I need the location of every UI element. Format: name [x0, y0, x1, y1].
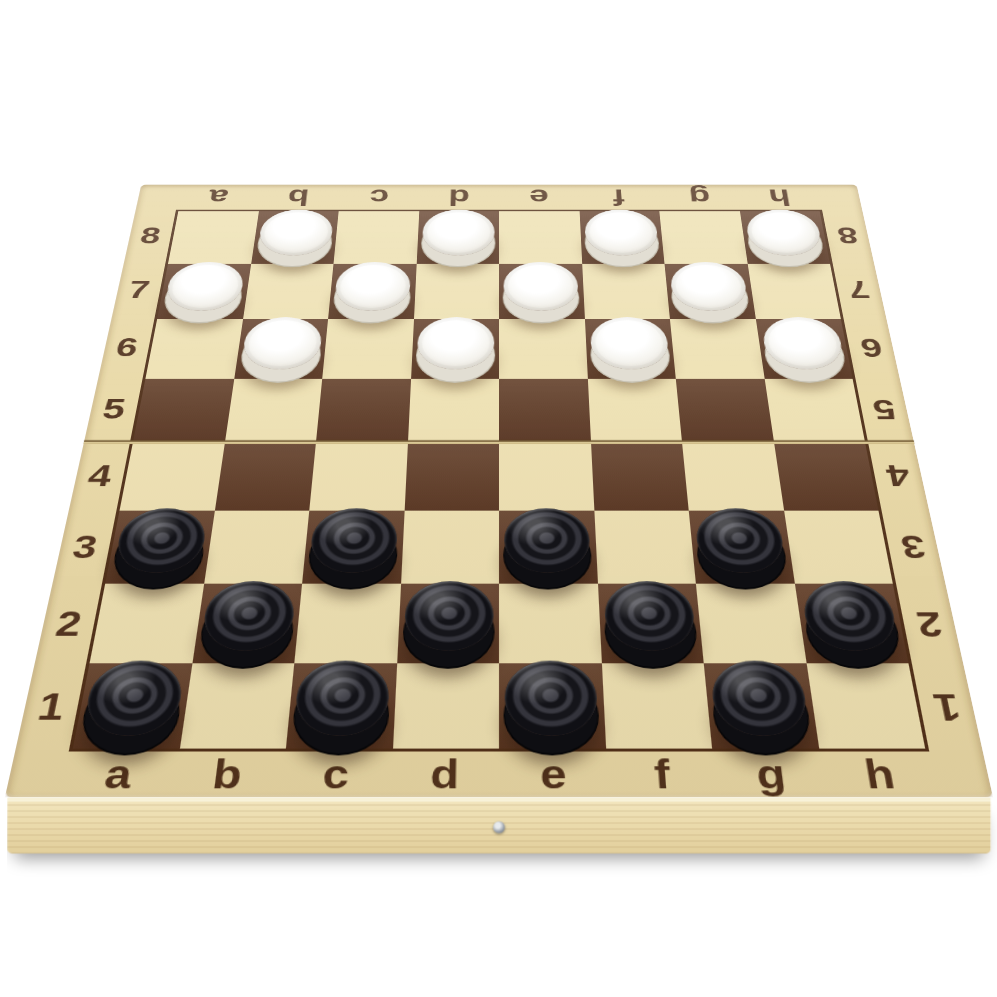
- square-a6[interactable]: [145, 319, 242, 378]
- square-b6[interactable]: [234, 319, 328, 378]
- square-f5[interactable]: [587, 378, 682, 442]
- coord-label-c: c: [337, 185, 419, 210]
- white-checker-b6[interactable]: [240, 317, 323, 369]
- square-h7[interactable]: [747, 263, 841, 319]
- white-checker-h8[interactable]: [744, 210, 823, 256]
- coord-label-3: 3: [882, 511, 946, 585]
- square-a3[interactable]: [105, 510, 214, 583]
- coord-label-a: a: [60, 752, 177, 798]
- square-c2[interactable]: [294, 584, 400, 663]
- coord-label-e: e: [499, 185, 580, 210]
- coord-label-g: g: [714, 752, 828, 798]
- black-checker-h2[interactable]: [800, 582, 900, 651]
- square-b1[interactable]: [179, 663, 294, 749]
- square-a5[interactable]: [133, 378, 234, 442]
- square-f7[interactable]: [582, 263, 670, 319]
- square-e6[interactable]: [499, 319, 587, 378]
- black-checker-a3[interactable]: [113, 508, 209, 572]
- black-checker-a1[interactable]: [82, 661, 186, 736]
- white-checker-g7[interactable]: [669, 262, 749, 311]
- coord-label-b: b: [169, 752, 283, 798]
- square-f2[interactable]: [597, 584, 703, 663]
- coord-label-a: a: [176, 185, 260, 210]
- square-d6[interactable]: [411, 319, 499, 378]
- playing-area-frame: [69, 210, 930, 752]
- square-c1[interactable]: [286, 663, 397, 749]
- square-f8[interactable]: [579, 211, 664, 263]
- coord-label-h: h: [738, 185, 822, 210]
- black-checker-g1[interactable]: [710, 661, 811, 736]
- square-f4[interactable]: [591, 442, 689, 510]
- square-g5[interactable]: [676, 378, 774, 442]
- coord-label-e: e: [499, 752, 609, 798]
- square-f6[interactable]: [584, 319, 675, 378]
- square-a4[interactable]: [120, 442, 225, 510]
- square-b4[interactable]: [214, 442, 316, 510]
- coord-label-4: 4: [868, 442, 929, 511]
- file-labels-top: abcdefgh: [176, 185, 822, 210]
- square-c4[interactable]: [309, 442, 407, 510]
- black-checker-e3[interactable]: [505, 508, 591, 572]
- coord-label-1: 1: [15, 665, 86, 752]
- play-area: [73, 211, 925, 748]
- black-checker-g3[interactable]: [694, 508, 787, 572]
- black-checker-f2[interactable]: [603, 582, 696, 651]
- square-h4[interactable]: [774, 442, 879, 510]
- square-e8[interactable]: [499, 211, 582, 263]
- coord-label-g: g: [658, 185, 741, 210]
- coord-label-c: c: [279, 752, 391, 798]
- square-b8[interactable]: [251, 211, 339, 263]
- square-a1[interactable]: [73, 663, 192, 749]
- square-d8[interactable]: [416, 211, 499, 263]
- rank-labels-right: 87654321: [822, 210, 983, 752]
- square-e1[interactable]: [499, 663, 606, 749]
- white-checker-a7[interactable]: [164, 262, 246, 311]
- coord-label-2: 2: [896, 585, 963, 665]
- white-checker-h6[interactable]: [760, 317, 845, 369]
- rank-labels-left: 87654321: [15, 210, 176, 752]
- fold-seam: [84, 441, 915, 445]
- black-checker-b2[interactable]: [200, 582, 297, 651]
- square-d4[interactable]: [404, 442, 499, 510]
- black-checker-d2[interactable]: [403, 582, 493, 651]
- white-checker-d6[interactable]: [416, 317, 494, 369]
- square-e2[interactable]: [499, 584, 601, 663]
- coord-label-f: f: [579, 185, 661, 210]
- white-checker-b8[interactable]: [257, 210, 334, 256]
- square-a7[interactable]: [157, 263, 251, 319]
- square-c5[interactable]: [316, 378, 411, 442]
- square-g8[interactable]: [659, 211, 747, 263]
- square-e5[interactable]: [499, 378, 591, 442]
- square-h2[interactable]: [794, 584, 908, 663]
- square-e4[interactable]: [499, 442, 594, 510]
- white-checker-c7[interactable]: [334, 262, 411, 311]
- front-wood-edge: [7, 797, 991, 853]
- file-labels-bottom: abcdefgh: [60, 752, 939, 798]
- square-b7[interactable]: [243, 263, 334, 319]
- square-d2[interactable]: [397, 584, 499, 663]
- square-c8[interactable]: [334, 211, 419, 263]
- checkers-board: abcdefgh abcdefgh 87654321 87654321: [5, 185, 993, 798]
- square-b5[interactable]: [225, 378, 323, 442]
- square-g7[interactable]: [664, 263, 755, 319]
- coord-label-b: b: [257, 185, 340, 210]
- square-d5[interactable]: [408, 378, 500, 442]
- coord-label-f: f: [607, 752, 719, 798]
- square-h5[interactable]: [764, 378, 865, 442]
- black-checker-c3[interactable]: [309, 508, 398, 572]
- black-checker-c1[interactable]: [294, 661, 391, 736]
- coord-label-4: 4: [69, 442, 130, 511]
- square-e7[interactable]: [499, 263, 584, 319]
- square-f3[interactable]: [594, 510, 696, 583]
- square-b2[interactable]: [192, 584, 302, 663]
- hinge-screw: [493, 821, 505, 833]
- square-f1[interactable]: [601, 663, 712, 749]
- square-a2[interactable]: [90, 584, 204, 663]
- square-d1[interactable]: [392, 663, 499, 749]
- square-g1[interactable]: [704, 663, 819, 749]
- black-checker-e1[interactable]: [505, 661, 598, 736]
- square-d3[interactable]: [401, 510, 499, 583]
- square-g3[interactable]: [689, 510, 795, 583]
- square-c6[interactable]: [322, 319, 413, 378]
- coord-label-1: 1: [912, 665, 983, 752]
- white-checker-f8[interactable]: [584, 210, 659, 256]
- photo-background: abcdefgh abcdefgh 87654321 87654321: [0, 0, 997, 997]
- square-b3[interactable]: [204, 510, 310, 583]
- white-checker-f6[interactable]: [590, 317, 670, 369]
- board-surface: abcdefgh abcdefgh 87654321 87654321: [5, 185, 993, 798]
- square-c3[interactable]: [302, 510, 404, 583]
- coord-label-h: h: [822, 752, 939, 798]
- square-h1[interactable]: [806, 663, 925, 749]
- coord-label-d: d: [418, 185, 499, 210]
- square-h6[interactable]: [755, 319, 852, 378]
- square-a8[interactable]: [168, 211, 258, 263]
- square-d7[interactable]: [414, 263, 499, 319]
- white-checker-d8[interactable]: [422, 210, 495, 256]
- coord-label-2: 2: [34, 585, 101, 665]
- square-e3[interactable]: [499, 510, 597, 583]
- square-h8[interactable]: [740, 211, 830, 263]
- square-c7[interactable]: [328, 263, 416, 319]
- white-checker-e7[interactable]: [504, 262, 579, 311]
- square-h3[interactable]: [784, 510, 893, 583]
- checkers-board-wrap: abcdefgh abcdefgh 87654321 87654321: [84, 27, 914, 857]
- square-g4[interactable]: [682, 442, 784, 510]
- coord-label-d: d: [389, 752, 499, 798]
- square-g6[interactable]: [670, 319, 764, 378]
- coord-label-3: 3: [52, 511, 116, 585]
- square-g2[interactable]: [696, 584, 806, 663]
